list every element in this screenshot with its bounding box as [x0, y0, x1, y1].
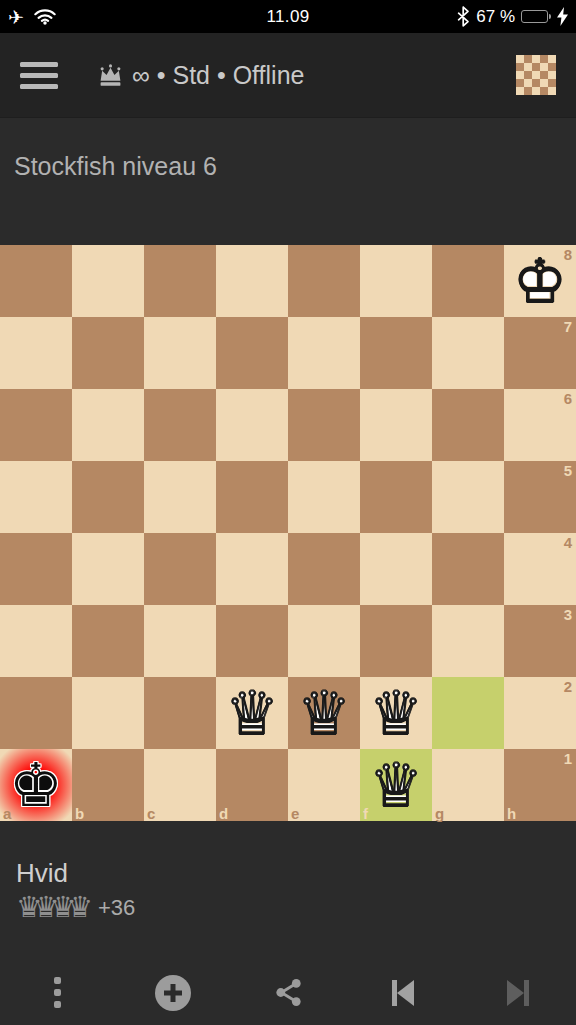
file-label-f: f: [363, 805, 368, 822]
square-e5[interactable]: [288, 461, 360, 533]
square-h1[interactable]: 1h: [504, 749, 576, 821]
square-h4[interactable]: 4: [504, 533, 576, 605]
square-g7[interactable]: [432, 317, 504, 389]
square-e8[interactable]: [288, 245, 360, 317]
thumb-cell: [540, 79, 548, 87]
square-d5[interactable]: [216, 461, 288, 533]
thumb-cell: [540, 63, 548, 71]
square-h5[interactable]: 5: [504, 461, 576, 533]
thumb-cell: [540, 71, 548, 79]
thumb-cell: [524, 87, 532, 95]
thumb-cell: [540, 87, 548, 95]
square-f7[interactable]: [360, 317, 432, 389]
square-g5[interactable]: [432, 461, 504, 533]
thumb-cell: [524, 63, 532, 71]
bottom-toolbar: [0, 960, 576, 1025]
material-advantage: +36: [98, 895, 135, 921]
thumb-cell: [516, 55, 524, 63]
square-b7[interactable]: [72, 317, 144, 389]
file-label-a: a: [3, 805, 11, 822]
skip-back-icon: [392, 980, 414, 1006]
thumb-cell: [532, 79, 540, 87]
thumb-cell: [524, 55, 532, 63]
square-g3[interactable]: [432, 605, 504, 677]
file-label-e: e: [291, 805, 299, 822]
thumb-cell: [548, 79, 556, 87]
square-b5[interactable]: [72, 461, 144, 533]
opponent-name: Stockfish niveau 6: [14, 152, 562, 181]
thumb-cell: [540, 55, 548, 63]
square-a5[interactable]: [0, 461, 72, 533]
rank-label-8: 8: [564, 246, 572, 263]
thumb-cell: [516, 79, 524, 87]
game-mode-title: ∞ • Std • Offline: [98, 61, 304, 90]
white-queen: ♕: [360, 677, 432, 749]
square-b2[interactable]: [72, 677, 144, 749]
square-e6[interactable]: [288, 389, 360, 461]
square-a7[interactable]: [0, 317, 72, 389]
square-e3[interactable]: [288, 605, 360, 677]
square-a4[interactable]: [0, 533, 72, 605]
skip-forward-icon: [507, 980, 529, 1006]
square-e2[interactable]: ♛♕: [288, 677, 360, 749]
battery-percent: 67 %: [476, 7, 515, 27]
square-b8[interactable]: [72, 245, 144, 317]
square-g2[interactable]: [432, 677, 504, 749]
rank-label-2: 2: [564, 678, 572, 695]
app-window: ✈ 11.09 67 %: [0, 0, 576, 1025]
square-c5[interactable]: [144, 461, 216, 533]
wifi-icon: [34, 8, 56, 25]
square-c6[interactable]: [144, 389, 216, 461]
player-name: Hvid: [16, 858, 576, 889]
square-h2[interactable]: 2: [504, 677, 576, 749]
square-b3[interactable]: [72, 605, 144, 677]
rank-label-3: 3: [564, 606, 572, 623]
status-time: 11.09: [178, 7, 398, 27]
square-g6[interactable]: [432, 389, 504, 461]
thumb-cell: [524, 79, 532, 87]
thumb-cell: [548, 87, 556, 95]
square-d1[interactable]: d: [216, 749, 288, 821]
square-f4[interactable]: [360, 533, 432, 605]
bluetooth-icon: [457, 6, 470, 27]
square-c3[interactable]: [144, 605, 216, 677]
skip-forward-button[interactable]: [461, 980, 576, 1006]
share-button[interactable]: [230, 977, 345, 1008]
white-queen: ♕: [216, 677, 288, 749]
thumb-cell: [532, 71, 540, 79]
thumb-cell: [548, 63, 556, 71]
file-label-c: c: [147, 805, 155, 822]
more-menu-button[interactable]: [0, 977, 115, 1008]
square-b6[interactable]: [72, 389, 144, 461]
square-d4[interactable]: [216, 533, 288, 605]
file-label-h: h: [507, 805, 516, 822]
white-queen: ♕: [288, 677, 360, 749]
square-c8[interactable]: [144, 245, 216, 317]
square-f1[interactable]: f♛♕: [360, 749, 432, 821]
thumb-cell: [516, 87, 524, 95]
rank-label-1: 1: [564, 750, 572, 767]
status-bar: ✈ 11.09 67 %: [0, 0, 576, 33]
white-queen: ♕: [360, 749, 432, 821]
file-label-d: d: [219, 805, 228, 822]
square-a3[interactable]: [0, 605, 72, 677]
game-mode-label: ∞ • Std • Offline: [132, 61, 304, 90]
square-f2[interactable]: ♛♕: [360, 677, 432, 749]
square-a1[interactable]: a♚: [0, 749, 72, 821]
white-queen: ♛: [360, 677, 432, 749]
thumb-cell: [516, 71, 524, 79]
thumb-cell: [548, 71, 556, 79]
captured-row: ♛♛♛♛ +36: [16, 893, 576, 922]
square-c7[interactable]: [144, 317, 216, 389]
square-g4[interactable]: [432, 533, 504, 605]
rank-label-5: 5: [564, 462, 572, 479]
square-g1[interactable]: g: [432, 749, 504, 821]
square-c4[interactable]: [144, 533, 216, 605]
square-b1[interactable]: b: [72, 749, 144, 821]
white-queen: ♛: [288, 677, 360, 749]
kebab-icon: [54, 977, 61, 1008]
thumb-cell: [516, 63, 524, 71]
rank-label-7: 7: [564, 318, 572, 335]
player-panel: Hvid ♛♛♛♛ +36: [0, 821, 576, 960]
square-d7[interactable]: [216, 317, 288, 389]
square-e1[interactable]: e: [288, 749, 360, 821]
rank-label-6: 6: [564, 390, 572, 407]
square-f6[interactable]: [360, 389, 432, 461]
plus-circle-icon: [155, 975, 191, 1011]
white-queen: ♛: [216, 677, 288, 749]
airplane-mode-icon: ✈: [8, 6, 24, 28]
chess-board[interactable]: 8♚♔76543♛♕♛♕♛♕2a♚bcdef♛♕g1h: [0, 245, 576, 821]
square-c1[interactable]: c: [144, 749, 216, 821]
thumb-cell: [532, 63, 540, 71]
square-e4[interactable]: [288, 533, 360, 605]
square-d2[interactable]: ♛♕: [216, 677, 288, 749]
file-label-b: b: [75, 805, 84, 822]
square-f8[interactable]: [360, 245, 432, 317]
thumb-cell: [532, 87, 540, 95]
thumb-cell: [524, 71, 532, 79]
square-d3[interactable]: [216, 605, 288, 677]
opponent-panel: Stockfish niveau 6: [0, 117, 576, 245]
battery-icon: [521, 10, 551, 23]
thumb-cell: [532, 55, 540, 63]
menu-button[interactable]: [20, 62, 58, 89]
square-h6[interactable]: 6: [504, 389, 576, 461]
crown-icon: [98, 64, 123, 87]
skip-back-button[interactable]: [346, 980, 461, 1006]
thumb-cell: [548, 55, 556, 63]
square-b4[interactable]: [72, 533, 144, 605]
square-f3[interactable]: [360, 605, 432, 677]
square-d6[interactable]: [216, 389, 288, 461]
file-label-g: g: [435, 805, 444, 822]
square-h8[interactable]: 8♚♔: [504, 245, 576, 317]
square-g8[interactable]: [432, 245, 504, 317]
rank-label-4: 4: [564, 534, 572, 551]
square-h7[interactable]: 7: [504, 317, 576, 389]
board-thumbnail-icon[interactable]: [516, 55, 556, 95]
app-header: ∞ • Std • Offline: [0, 33, 576, 117]
square-d8[interactable]: [216, 245, 288, 317]
square-a6[interactable]: [0, 389, 72, 461]
share-icon: [273, 977, 304, 1008]
square-e7[interactable]: [288, 317, 360, 389]
charging-bolt-icon: [557, 7, 568, 26]
square-a2[interactable]: [0, 677, 72, 749]
new-game-button[interactable]: [115, 975, 230, 1011]
white-queen: ♛: [360, 749, 432, 821]
square-a8[interactable]: [0, 245, 72, 317]
square-f5[interactable]: [360, 461, 432, 533]
square-h3[interactable]: 3: [504, 605, 576, 677]
square-c2[interactable]: [144, 677, 216, 749]
captured-pieces-tray: ♛♛♛♛: [16, 893, 84, 922]
